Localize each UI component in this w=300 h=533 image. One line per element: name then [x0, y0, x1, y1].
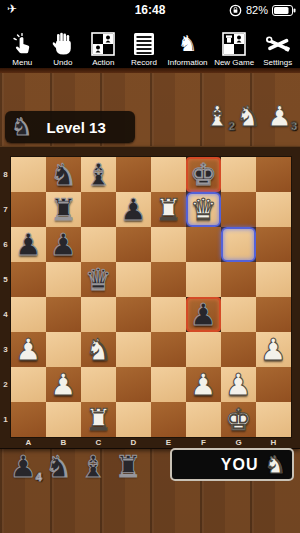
square-c6[interactable] — [81, 227, 116, 262]
action-label: Action — [92, 58, 114, 68]
square-e4[interactable] — [151, 297, 186, 332]
square-f4[interactable]: ♟ — [186, 297, 221, 332]
new-game-label: New Game — [214, 58, 254, 68]
square-g5[interactable] — [221, 262, 256, 297]
white-pawn[interactable]: ♟ — [225, 367, 252, 402]
tap-hand-icon — [10, 31, 34, 57]
square-f6[interactable] — [186, 227, 221, 262]
opponent-panel: ♞ Level 13 — [5, 111, 135, 143]
square-g8[interactable] — [221, 157, 256, 192]
square-d7[interactable]: ♟ — [116, 192, 151, 227]
square-b4[interactable] — [46, 297, 81, 332]
captured-black-pawn: ♟4 — [10, 452, 37, 482]
square-a8[interactable] — [11, 157, 46, 192]
captured-white-pawn: ♟3 — [267, 103, 292, 131]
file-label-c: C — [81, 437, 116, 448]
square-b3[interactable] — [46, 332, 81, 367]
square-d6[interactable] — [116, 227, 151, 262]
file-label-d: D — [116, 437, 151, 448]
chess-app: ✈ 16:48 82% — [0, 0, 300, 533]
square-g3[interactable] — [221, 332, 256, 367]
square-d2[interactable] — [116, 367, 151, 402]
captured-white-pieces-tray: ♝2♞♟3 — [205, 103, 292, 131]
square-g2[interactable]: ♟ — [221, 367, 256, 402]
palm-hand-icon — [52, 31, 74, 57]
square-g4[interactable] — [221, 297, 256, 332]
square-e2[interactable] — [151, 367, 186, 402]
file-label-h: H — [256, 437, 291, 448]
white-pawn[interactable]: ♟ — [260, 332, 287, 367]
captured-black-rook: ♜ — [115, 452, 142, 482]
opponent-level-label: Level 13 — [47, 119, 106, 136]
square-d8[interactable] — [116, 157, 151, 192]
square-h8[interactable] — [256, 157, 291, 192]
captured-white-knight: ♞ — [236, 103, 261, 131]
white-rook[interactable]: ♜ — [155, 192, 182, 227]
square-b7[interactable]: ♜ — [46, 192, 81, 227]
mini-board-pieces-icon — [222, 31, 246, 57]
square-e5[interactable] — [151, 262, 186, 297]
black-knight[interactable]: ♞ — [50, 157, 77, 192]
square-g6[interactable] — [221, 227, 256, 262]
rank-label-6: 6 — [0, 227, 11, 262]
knight-icon: ♞ — [178, 31, 198, 57]
square-d3[interactable] — [116, 332, 151, 367]
board-frame: 87654321 ♞♝♚♜♟♜♛♟♟♛♟♟♞♟♟♟♟♜♚ ABCDEFGH — [0, 146, 300, 449]
rank-label-1: 1 — [0, 402, 11, 437]
undo-label: Undo — [53, 58, 72, 68]
square-d5[interactable] — [116, 262, 151, 297]
square-c3[interactable]: ♞ — [81, 332, 116, 367]
black-queen[interactable]: ♛ — [85, 262, 112, 297]
settings-button[interactable]: Settings — [261, 22, 295, 68]
captured-black-bishop: ♝ — [80, 452, 107, 482]
square-h3[interactable]: ♟ — [256, 332, 291, 367]
captured-count: 2 — [229, 121, 235, 132]
black-pawn[interactable]: ♟ — [120, 192, 147, 227]
information-label: Information — [168, 58, 208, 68]
menu-label: Menu — [12, 58, 32, 68]
black-pawn[interactable]: ♟ — [190, 297, 217, 332]
square-h7[interactable] — [256, 192, 291, 227]
record-label: Record — [131, 58, 157, 68]
white-king[interactable]: ♚ — [225, 402, 252, 437]
square-g1[interactable]: ♚ — [221, 402, 256, 437]
square-h5[interactable] — [256, 262, 291, 297]
file-label-f: F — [186, 437, 221, 448]
file-label-a: A — [11, 437, 46, 448]
file-label-e: E — [151, 437, 186, 448]
file-label-g: G — [221, 437, 256, 448]
square-a1[interactable] — [11, 402, 46, 437]
white-knight-icon: ♞ — [264, 453, 286, 477]
square-c1[interactable]: ♜ — [81, 402, 116, 437]
square-d1[interactable] — [116, 402, 151, 437]
white-knight[interactable]: ♞ — [85, 332, 112, 367]
square-a4[interactable] — [11, 297, 46, 332]
white-queen[interactable]: ♛ — [190, 192, 217, 227]
rank-label-8: 8 — [0, 157, 11, 192]
new-game-button[interactable]: New Game — [214, 22, 254, 68]
black-king[interactable]: ♚ — [190, 157, 217, 192]
square-f3[interactable] — [186, 332, 221, 367]
square-e8[interactable] — [151, 157, 186, 192]
square-a2[interactable] — [11, 367, 46, 402]
square-f2[interactable]: ♟ — [186, 367, 221, 402]
square-g7[interactable] — [221, 192, 256, 227]
move-list-icon — [133, 31, 155, 57]
square-e1[interactable] — [151, 402, 186, 437]
square-h1[interactable] — [256, 402, 291, 437]
square-b1[interactable] — [46, 402, 81, 437]
black-bishop[interactable]: ♝ — [85, 157, 112, 192]
rank-label-4: 4 — [0, 297, 11, 332]
board-squares: ♞♝♚♜♟♜♛♟♟♛♟♟♞♟♟♟♟♜♚ — [11, 157, 291, 437]
square-h6[interactable] — [256, 227, 291, 262]
toolbar: Menu Undo — [0, 20, 300, 68]
black-knight-icon: ♞ — [11, 115, 33, 139]
square-h2[interactable] — [256, 367, 291, 402]
white-pawn[interactable]: ♟ — [15, 332, 42, 367]
settings-label: Settings — [263, 58, 292, 68]
square-f1[interactable] — [186, 402, 221, 437]
square-h4[interactable] — [256, 297, 291, 332]
black-pawn[interactable]: ♟ — [50, 227, 77, 262]
square-b6[interactable]: ♟ — [46, 227, 81, 262]
rank-label-3: 3 — [0, 332, 11, 367]
orientation-lock-icon — [229, 4, 242, 17]
square-b5[interactable] — [46, 262, 81, 297]
captured-count: 3 — [291, 121, 297, 132]
square-c8[interactable]: ♝ — [81, 157, 116, 192]
square-c4[interactable] — [81, 297, 116, 332]
file-labels: ABCDEFGH — [11, 437, 291, 448]
square-c5[interactable]: ♛ — [81, 262, 116, 297]
square-e6[interactable] — [151, 227, 186, 262]
captured-white-bishop: ♝2 — [205, 103, 230, 131]
file-label-b: B — [46, 437, 81, 448]
mini-board-icon — [91, 31, 115, 57]
square-b2[interactable]: ♟ — [46, 367, 81, 402]
white-pawn[interactable]: ♟ — [190, 367, 217, 402]
black-rook[interactable]: ♜ — [50, 192, 77, 227]
rank-labels: 87654321 — [0, 157, 11, 437]
rank-label-7: 7 — [0, 192, 11, 227]
information-button[interactable]: ♞ Information — [168, 22, 208, 68]
square-e7[interactable]: ♜ — [151, 192, 186, 227]
record-button[interactable]: Record — [127, 22, 161, 68]
square-a7[interactable] — [11, 192, 46, 227]
square-f7[interactable]: ♛ — [186, 192, 221, 227]
crossed-tools-icon — [265, 31, 291, 57]
battery-percent: 82% — [246, 4, 268, 16]
white-pawn[interactable]: ♟ — [50, 367, 77, 402]
captured-black-knight: ♞ — [45, 452, 72, 482]
captured-count: 4 — [36, 472, 42, 483]
status-bar: ✈ 16:48 82% — [0, 0, 300, 20]
undo-button[interactable]: Undo — [46, 22, 80, 68]
black-pawn[interactable]: ♟ — [15, 227, 42, 262]
square-f8[interactable]: ♚ — [186, 157, 221, 192]
square-b8[interactable]: ♞ — [46, 157, 81, 192]
rank-label-2: 2 — [0, 367, 11, 402]
white-rook[interactable]: ♜ — [85, 402, 112, 437]
battery-icon — [272, 5, 296, 16]
player-label: YOU — [221, 456, 259, 474]
wood-seam — [0, 68, 300, 73]
square-a5[interactable] — [11, 262, 46, 297]
menu-button[interactable]: Menu — [5, 22, 39, 68]
captured-black-pieces-tray: ♟4♞♝♜ — [10, 452, 142, 482]
player-panel: YOU ♞ — [170, 448, 294, 481]
square-d4[interactable] — [116, 297, 151, 332]
square-c7[interactable] — [81, 192, 116, 227]
action-button[interactable]: Action — [86, 22, 120, 68]
rank-label-5: 5 — [0, 262, 11, 297]
square-f5[interactable] — [186, 262, 221, 297]
square-a6[interactable]: ♟ — [11, 227, 46, 262]
square-e3[interactable] — [151, 332, 186, 367]
square-a3[interactable]: ♟ — [11, 332, 46, 367]
square-c2[interactable] — [81, 367, 116, 402]
